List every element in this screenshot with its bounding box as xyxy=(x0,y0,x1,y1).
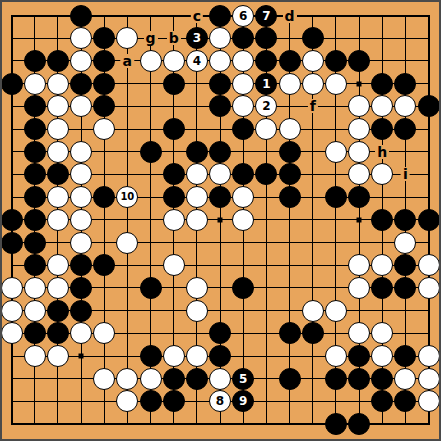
stone-white-c9r7[interactable] xyxy=(209,163,231,185)
stone-black-c12r8[interactable] xyxy=(279,186,301,208)
stone-white-c2r11[interactable] xyxy=(47,254,69,276)
stone-white-c7r2[interactable] xyxy=(163,50,185,72)
stone-white-c2r4[interactable] xyxy=(47,95,69,117)
stone-black-c1r14[interactable] xyxy=(24,322,46,344)
stone-white-c10r9[interactable] xyxy=(232,209,254,231)
stone-white-c10r8[interactable] xyxy=(232,186,254,208)
stone-white-c5r10[interactable] xyxy=(116,232,138,254)
stone-white-c2r8[interactable] xyxy=(47,186,69,208)
stone-white-c3r10[interactable] xyxy=(70,232,92,254)
point-label-b[interactable]: b xyxy=(167,31,181,45)
stone-black-c9r0[interactable] xyxy=(209,5,231,27)
stone-black-c6r17[interactable] xyxy=(140,390,162,412)
stone-black-c1r8[interactable] xyxy=(24,186,46,208)
stone-white-c9r2[interactable] xyxy=(209,50,231,72)
stone-black-c7r3[interactable] xyxy=(163,73,185,95)
stone-black-c3r0[interactable] xyxy=(70,5,92,27)
stone-white-c5r17[interactable] xyxy=(116,390,138,412)
stone-white-c16r14[interactable] xyxy=(371,322,393,344)
stone-white-c16r11[interactable] xyxy=(371,254,393,276)
stone-black-c0r3[interactable] xyxy=(1,73,23,95)
stone-black-c2r14[interactable] xyxy=(47,322,69,344)
stone-black-c8r6[interactable] xyxy=(186,141,208,163)
stone-black-c0r9[interactable] xyxy=(1,209,23,231)
stone-white-c8r13[interactable] xyxy=(186,300,208,322)
stone-white-c14r13[interactable] xyxy=(325,300,347,322)
stone-white-c2r5[interactable] xyxy=(47,118,69,140)
stone-white-move-10[interactable]: 10 xyxy=(116,186,138,208)
stone-black-c18r9[interactable] xyxy=(418,209,440,231)
stone-white-c10r4[interactable] xyxy=(232,95,254,117)
stone-white-c1r13[interactable] xyxy=(24,300,46,322)
stone-white-c13r3[interactable] xyxy=(302,73,324,95)
stone-black-c9r15[interactable] xyxy=(209,345,231,367)
stone-white-c8r8[interactable] xyxy=(186,186,208,208)
stone-white-c17r4[interactable] xyxy=(394,95,416,117)
stone-white-c3r8[interactable] xyxy=(70,186,92,208)
stone-black-c12r14[interactable] xyxy=(279,322,301,344)
stone-black-c4r11[interactable] xyxy=(93,254,115,276)
stone-white-c18r12[interactable] xyxy=(418,277,440,299)
point-label-d[interactable]: d xyxy=(283,9,297,23)
stone-black-c6r12[interactable] xyxy=(140,277,162,299)
stone-white-c4r5[interactable] xyxy=(93,118,115,140)
stone-white-c5r16[interactable] xyxy=(116,368,138,390)
stone-white-c8r12[interactable] xyxy=(186,277,208,299)
stone-black-c10r7[interactable] xyxy=(232,163,254,185)
stone-black-c11r7[interactable] xyxy=(255,163,277,185)
stone-white-c3r14[interactable] xyxy=(70,322,92,344)
stone-white-c7r15[interactable] xyxy=(163,345,185,367)
stone-black-c15r8[interactable] xyxy=(348,186,370,208)
point-label-h[interactable]: h xyxy=(375,145,389,159)
stone-white-c6r2[interactable] xyxy=(140,50,162,72)
stone-black-c4r1[interactable] xyxy=(93,27,115,49)
stone-black-c7r17[interactable] xyxy=(163,390,185,412)
stone-black-c10r12[interactable] xyxy=(232,277,254,299)
point-label-g[interactable]: g xyxy=(144,31,158,45)
stone-black-c15r18[interactable] xyxy=(348,413,370,435)
stone-black-move-1[interactable]: 1 xyxy=(255,73,277,95)
stone-black-c16r3[interactable] xyxy=(371,73,393,95)
stone-black-c16r12[interactable] xyxy=(371,277,393,299)
star-point xyxy=(218,217,223,222)
stone-white-move-2[interactable]: 2 xyxy=(255,95,277,117)
stone-white-c0r12[interactable] xyxy=(1,277,23,299)
stone-white-c12r5[interactable] xyxy=(279,118,301,140)
stone-black-c4r4[interactable] xyxy=(93,95,115,117)
stone-white-c15r12[interactable] xyxy=(348,277,370,299)
stone-black-c11r2[interactable] xyxy=(255,50,277,72)
stone-white-c3r4[interactable] xyxy=(70,95,92,117)
stone-black-c10r1[interactable] xyxy=(232,27,254,49)
stone-white-c16r15[interactable] xyxy=(371,345,393,367)
stone-black-c13r14[interactable] xyxy=(302,322,324,344)
stone-black-c3r12[interactable] xyxy=(70,277,92,299)
stone-white-c1r12[interactable] xyxy=(24,277,46,299)
stone-black-c0r10[interactable] xyxy=(1,232,23,254)
stone-black-c10r5[interactable] xyxy=(232,118,254,140)
stone-black-c17r9[interactable] xyxy=(394,209,416,231)
go-board: 67341210589abcdfghi xyxy=(0,0,441,441)
stone-black-c4r3[interactable] xyxy=(93,73,115,95)
stone-white-c5r1[interactable] xyxy=(116,27,138,49)
stone-white-c10r2[interactable] xyxy=(232,50,254,72)
stone-white-c15r4[interactable] xyxy=(348,95,370,117)
stone-black-c2r2[interactable] xyxy=(47,50,69,72)
stone-white-c2r6[interactable] xyxy=(47,141,69,163)
stone-white-move-8[interactable]: 8 xyxy=(209,390,231,412)
stone-white-c1r15[interactable] xyxy=(24,345,46,367)
stone-black-c1r11[interactable] xyxy=(24,254,46,276)
stone-black-c7r7[interactable] xyxy=(163,163,185,185)
stone-white-move-6[interactable]: 6 xyxy=(232,5,254,27)
stone-black-move-7[interactable]: 7 xyxy=(255,5,277,27)
stone-white-c16r7[interactable] xyxy=(371,163,393,185)
stone-black-c12r7[interactable] xyxy=(279,163,301,185)
stone-black-c9r4[interactable] xyxy=(209,95,231,117)
stone-white-c13r13[interactable] xyxy=(302,300,324,322)
stone-black-c2r7[interactable] xyxy=(47,163,69,185)
stone-white-c18r17[interactable] xyxy=(418,390,440,412)
stone-black-c1r9[interactable] xyxy=(24,209,46,231)
stone-white-c8r9[interactable] xyxy=(186,209,208,231)
stone-black-move-3[interactable]: 3 xyxy=(186,27,208,49)
stone-white-c9r1[interactable] xyxy=(209,27,231,49)
stone-black-c17r5[interactable] xyxy=(394,118,416,140)
stone-black-move-9[interactable]: 9 xyxy=(232,390,254,412)
stone-white-c2r15[interactable] xyxy=(47,345,69,367)
stone-black-c11r1[interactable] xyxy=(255,27,277,49)
stone-black-c7r16[interactable] xyxy=(163,368,185,390)
stone-white-c13r2[interactable] xyxy=(302,50,324,72)
stone-white-c17r16[interactable] xyxy=(394,368,416,390)
stone-white-c0r13[interactable] xyxy=(1,300,23,322)
stone-black-c17r11[interactable] xyxy=(394,254,416,276)
stone-black-c7r5[interactable] xyxy=(163,118,185,140)
stone-black-c17r17[interactable] xyxy=(394,390,416,412)
stone-black-c9r6[interactable] xyxy=(209,141,231,163)
stone-black-c14r18[interactable] xyxy=(325,413,347,435)
stone-black-c12r16[interactable] xyxy=(279,368,301,390)
stone-white-c16r4[interactable] xyxy=(371,95,393,117)
stone-black-c1r10[interactable] xyxy=(24,232,46,254)
stone-white-c14r3[interactable] xyxy=(325,73,347,95)
stone-black-c15r15[interactable] xyxy=(348,345,370,367)
stone-black-c4r2[interactable] xyxy=(93,50,115,72)
stone-black-c17r15[interactable] xyxy=(394,345,416,367)
stone-black-c9r14[interactable] xyxy=(209,322,231,344)
stone-white-c4r16[interactable] xyxy=(93,368,115,390)
stone-black-c2r13[interactable] xyxy=(47,300,69,322)
stone-black-c14r2[interactable] xyxy=(325,50,347,72)
stone-black-c1r2[interactable] xyxy=(24,50,46,72)
stone-white-c7r11[interactable] xyxy=(163,254,185,276)
stone-black-c14r16[interactable] xyxy=(325,368,347,390)
stone-black-c6r15[interactable] xyxy=(140,345,162,367)
stone-black-c7r8[interactable] xyxy=(163,186,185,208)
stone-black-c9r3[interactable] xyxy=(209,73,231,95)
stone-white-c14r15[interactable] xyxy=(325,345,347,367)
stone-black-c1r7[interactable] xyxy=(24,163,46,185)
point-label-a[interactable]: a xyxy=(121,54,134,68)
stone-white-c15r14[interactable] xyxy=(348,322,370,344)
stone-black-c17r3[interactable] xyxy=(394,73,416,95)
stone-black-c1r5[interactable] xyxy=(24,118,46,140)
stone-white-c17r10[interactable] xyxy=(394,232,416,254)
point-label-i[interactable]: i xyxy=(401,167,410,181)
stone-white-c18r15[interactable] xyxy=(418,345,440,367)
stone-white-c12r3[interactable] xyxy=(279,73,301,95)
stone-white-move-4[interactable]: 4 xyxy=(186,50,208,72)
stone-black-c12r2[interactable] xyxy=(279,50,301,72)
stone-black-c16r5[interactable] xyxy=(371,118,393,140)
stone-white-c3r2[interactable] xyxy=(70,50,92,72)
stone-black-c3r3[interactable] xyxy=(70,73,92,95)
stone-black-c17r12[interactable] xyxy=(394,277,416,299)
stone-white-c18r11[interactable] xyxy=(418,254,440,276)
stone-black-c12r6[interactable] xyxy=(279,141,301,163)
stone-white-c15r7[interactable] xyxy=(348,163,370,185)
stone-white-c7r9[interactable] xyxy=(163,209,185,231)
point-label-f[interactable]: f xyxy=(308,99,318,113)
star-point xyxy=(79,354,84,359)
stone-black-c4r8[interactable] xyxy=(93,186,115,208)
stone-white-c14r6[interactable] xyxy=(325,141,347,163)
stone-black-c1r4[interactable] xyxy=(24,95,46,117)
stone-black-c15r2[interactable] xyxy=(348,50,370,72)
stone-white-c0r14[interactable] xyxy=(1,322,23,344)
star-point xyxy=(357,217,362,222)
star-point xyxy=(357,81,362,86)
stone-white-c15r11[interactable] xyxy=(348,254,370,276)
stone-white-c9r16[interactable] xyxy=(209,368,231,390)
stone-black-c14r8[interactable] xyxy=(325,186,347,208)
stone-black-c16r16[interactable] xyxy=(371,368,393,390)
stone-white-c15r6[interactable] xyxy=(348,141,370,163)
stone-white-c15r5[interactable] xyxy=(348,118,370,140)
stone-white-c1r3[interactable] xyxy=(24,73,46,95)
stone-black-c18r4[interactable] xyxy=(418,95,440,117)
stone-white-c18r16[interactable] xyxy=(418,368,440,390)
stone-black-c9r8[interactable] xyxy=(209,186,231,208)
stone-white-c3r6[interactable] xyxy=(70,141,92,163)
stone-black-c8r16[interactable] xyxy=(186,368,208,390)
stone-white-c8r7[interactable] xyxy=(186,163,208,185)
stone-black-c1r6[interactable] xyxy=(24,141,46,163)
stone-white-c2r12[interactable] xyxy=(47,277,69,299)
stone-black-c16r17[interactable] xyxy=(371,390,393,412)
stone-black-c3r13[interactable] xyxy=(70,300,92,322)
stone-black-c6r6[interactable] xyxy=(140,141,162,163)
stone-white-c2r9[interactable] xyxy=(47,209,69,231)
stone-white-c3r7[interactable] xyxy=(70,163,92,185)
stone-white-c4r14[interactable] xyxy=(93,322,115,344)
stone-white-c11r5[interactable] xyxy=(255,118,277,140)
stone-white-c10r3[interactable] xyxy=(232,73,254,95)
stone-black-c15r16[interactable] xyxy=(348,368,370,390)
stone-white-c6r16[interactable] xyxy=(140,368,162,390)
point-label-c[interactable]: c xyxy=(191,9,203,23)
stone-black-move-5[interactable]: 5 xyxy=(232,368,254,390)
stone-white-c8r15[interactable] xyxy=(186,345,208,367)
stone-white-c2r3[interactable] xyxy=(47,73,69,95)
stone-black-c13r1[interactable] xyxy=(302,27,324,49)
stone-black-c3r11[interactable] xyxy=(70,254,92,276)
stone-white-c3r9[interactable] xyxy=(70,209,92,231)
stone-black-c16r9[interactable] xyxy=(371,209,393,231)
stone-white-c3r1[interactable] xyxy=(70,27,92,49)
